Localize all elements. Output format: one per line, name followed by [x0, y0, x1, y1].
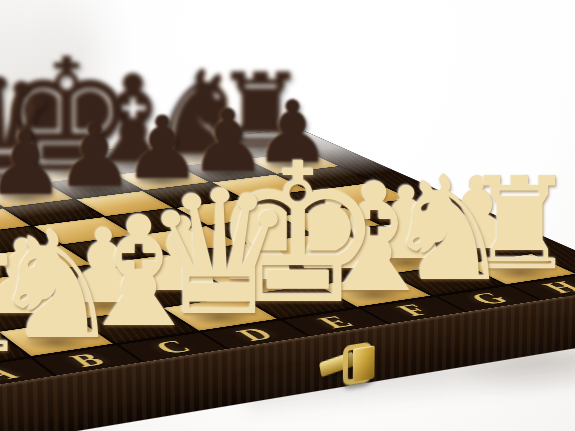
- piece-black-pawn-d7[interactable]: ♟: [0, 121, 65, 208]
- photo-stage: ABCDEFGH ♜♞♝♛♚♝♞♜♟♟♟♟♟♟♟♟♟♟♟♟♟♟♟♟♜♞♝♛♚♝♞…: [0, 0, 575, 431]
- piece-white-rook-a1[interactable]: ♜: [0, 239, 29, 371]
- pieces-layer: ♜♞♝♛♚♝♞♜♟♟♟♟♟♟♟♟♟♟♟♟♟♟♟♟♜♞♝♛♚♝♞♜: [0, 0, 575, 431]
